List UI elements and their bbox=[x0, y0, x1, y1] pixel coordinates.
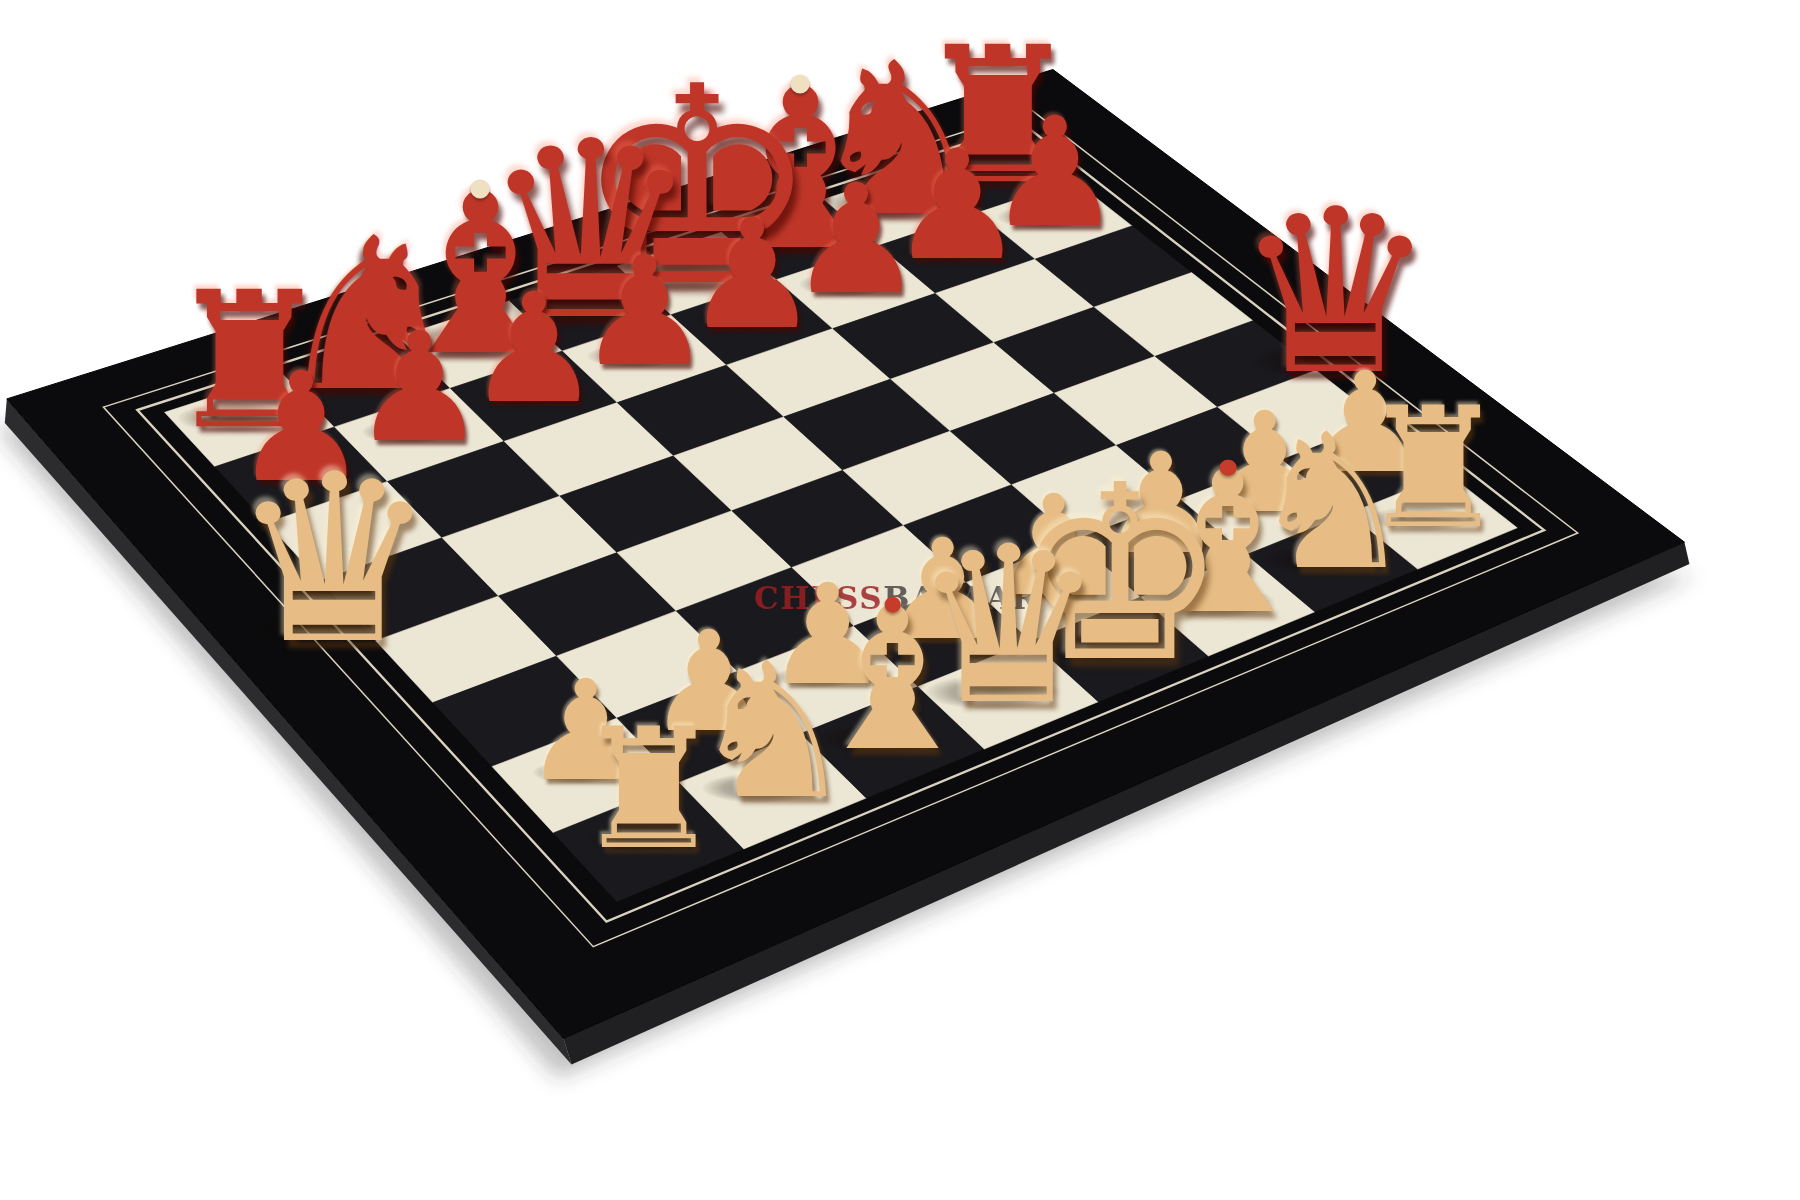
red-bishop-finial-tip bbox=[471, 180, 490, 199]
natural-rook-1[interactable]: ♜ bbox=[574, 706, 723, 873]
natural-bishop-finial-tip bbox=[884, 596, 901, 613]
natural-queen-2[interactable]: ♛ bbox=[230, 443, 438, 675]
product-photo-stage: ♜♞♝♛♚♝♞♜♟♟♟♟♟♟♟♟♜♞♝♛♚♝♞♜♟♟♟♟♟♟♟♟♛♛ CHESS… bbox=[0, 0, 1800, 1200]
pieces-layer: ♜♞♝♛♚♝♞♜♟♟♟♟♟♟♟♟♜♞♝♛♚♝♞♜♟♟♟♟♟♟♟♟♛♛ bbox=[0, 0, 1800, 1200]
